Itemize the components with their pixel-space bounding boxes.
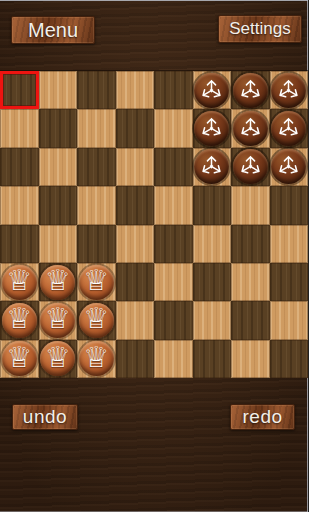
square-r2c0[interactable]	[0, 148, 39, 186]
square-r6c5[interactable]	[193, 301, 232, 339]
square-r1c4[interactable]	[154, 109, 193, 147]
square-r4c6[interactable]	[231, 225, 270, 263]
square-r7c1[interactable]: ♕	[39, 340, 78, 378]
square-r7c5[interactable]	[193, 340, 232, 378]
dark-wood-piece[interactable]	[233, 149, 268, 184]
copper-crown-piece[interactable]: ♕	[40, 341, 75, 376]
square-r0c0[interactable]	[0, 71, 39, 109]
square-r7c2[interactable]: ♕	[77, 340, 116, 378]
square-r1c7[interactable]	[270, 109, 309, 147]
tri-arrow-icon	[237, 153, 264, 180]
square-r5c3[interactable]	[116, 263, 155, 301]
crown-icon: ♕	[6, 266, 32, 295]
copper-crown-piece[interactable]: ♕	[79, 341, 114, 376]
crown-icon: ♕	[6, 343, 32, 372]
tri-arrow-icon	[198, 153, 225, 180]
dark-wood-piece[interactable]	[194, 111, 229, 146]
square-r0c4[interactable]	[154, 71, 193, 109]
square-r3c3[interactable]	[116, 186, 155, 224]
copper-crown-piece[interactable]: ♕	[2, 341, 37, 376]
board: ♕♕♕♕♕♕♕♕♕	[0, 70, 308, 378]
dark-wood-piece[interactable]	[194, 149, 229, 184]
copper-crown-piece[interactable]: ♕	[79, 303, 114, 338]
tri-arrow-icon	[275, 77, 302, 104]
square-r4c4[interactable]	[154, 225, 193, 263]
square-r6c2[interactable]: ♕	[77, 301, 116, 339]
redo-button[interactable]: redo	[230, 404, 295, 430]
copper-crown-piece[interactable]: ♕	[40, 303, 75, 338]
square-r2c1[interactable]	[39, 148, 78, 186]
square-r3c2[interactable]	[77, 186, 116, 224]
crown-icon: ♕	[45, 304, 71, 333]
square-r5c5[interactable]	[193, 263, 232, 301]
square-r5c6[interactable]	[231, 263, 270, 301]
square-r0c1[interactable]	[39, 71, 78, 109]
square-r4c3[interactable]	[116, 225, 155, 263]
square-r0c3[interactable]	[116, 71, 155, 109]
square-r0c5[interactable]	[193, 71, 232, 109]
square-r4c5[interactable]	[193, 225, 232, 263]
tri-arrow-icon	[237, 115, 264, 142]
square-r0c7[interactable]	[270, 71, 309, 109]
dark-wood-piece[interactable]	[271, 149, 306, 184]
square-r5c7[interactable]	[270, 263, 309, 301]
square-r3c0[interactable]	[0, 186, 39, 224]
square-r4c0[interactable]	[0, 225, 39, 263]
square-r5c4[interactable]	[154, 263, 193, 301]
square-r3c1[interactable]	[39, 186, 78, 224]
square-r0c6[interactable]	[231, 71, 270, 109]
crown-icon: ♕	[83, 266, 109, 295]
square-r7c6[interactable]	[231, 340, 270, 378]
square-r2c4[interactable]	[154, 148, 193, 186]
square-r2c2[interactable]	[77, 148, 116, 186]
square-r2c3[interactable]	[116, 148, 155, 186]
dark-wood-piece[interactable]	[233, 111, 268, 146]
dark-wood-piece[interactable]	[271, 111, 306, 146]
square-r6c7[interactable]	[270, 301, 309, 339]
settings-button[interactable]: Settings	[218, 15, 302, 43]
square-r6c1[interactable]: ♕	[39, 301, 78, 339]
square-r5c0[interactable]: ♕	[0, 263, 39, 301]
tri-arrow-icon	[275, 153, 302, 180]
tri-arrow-icon	[275, 115, 302, 142]
dark-wood-piece[interactable]	[271, 73, 306, 108]
square-r7c3[interactable]	[116, 340, 155, 378]
tri-arrow-icon	[198, 115, 225, 142]
crown-icon: ♕	[83, 304, 109, 333]
square-r4c1[interactable]	[39, 225, 78, 263]
square-r3c7[interactable]	[270, 186, 309, 224]
crown-icon: ♕	[45, 343, 71, 372]
square-r7c7[interactable]	[270, 340, 309, 378]
square-r5c1[interactable]: ♕	[39, 263, 78, 301]
square-r3c5[interactable]	[193, 186, 232, 224]
crown-icon: ♕	[83, 343, 109, 372]
square-r1c2[interactable]	[77, 109, 116, 147]
square-r4c7[interactable]	[270, 225, 309, 263]
crown-icon: ♕	[6, 304, 32, 333]
undo-button[interactable]: undo	[12, 404, 78, 430]
square-r3c6[interactable]	[231, 186, 270, 224]
square-r2c6[interactable]	[231, 148, 270, 186]
square-r2c7[interactable]	[270, 148, 309, 186]
square-r3c4[interactable]	[154, 186, 193, 224]
square-r1c0[interactable]	[0, 109, 39, 147]
dark-wood-piece[interactable]	[194, 73, 229, 108]
copper-crown-piece[interactable]: ♕	[2, 303, 37, 338]
square-r1c3[interactable]	[116, 109, 155, 147]
square-r1c1[interactable]	[39, 109, 78, 147]
copper-crown-piece[interactable]: ♕	[79, 265, 114, 300]
square-r1c6[interactable]	[231, 109, 270, 147]
square-r1c5[interactable]	[193, 109, 232, 147]
square-r6c6[interactable]	[231, 301, 270, 339]
dark-wood-piece[interactable]	[233, 73, 268, 108]
square-r4c2[interactable]	[77, 225, 116, 263]
game-screen: Menu Settings ♕♕♕♕♕♕♕♕♕ undo redo	[0, 0, 308, 512]
copper-crown-piece[interactable]: ♕	[40, 265, 75, 300]
square-r2c5[interactable]	[193, 148, 232, 186]
menu-button[interactable]: Menu	[11, 16, 95, 44]
tri-arrow-icon	[237, 77, 264, 104]
square-r0c2[interactable]	[77, 71, 116, 109]
square-r5c2[interactable]: ♕	[77, 263, 116, 301]
square-r7c0[interactable]: ♕	[0, 340, 39, 378]
square-r6c0[interactable]: ♕	[0, 301, 39, 339]
square-r6c3[interactable]	[116, 301, 155, 339]
square-r6c4[interactable]	[154, 301, 193, 339]
tri-arrow-icon	[198, 77, 225, 104]
crown-icon: ♕	[45, 266, 71, 295]
square-r7c4[interactable]	[154, 340, 193, 378]
copper-crown-piece[interactable]: ♕	[2, 265, 37, 300]
